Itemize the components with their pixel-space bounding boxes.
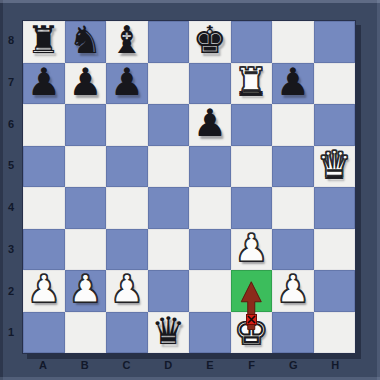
square-f4[interactable] <box>231 187 273 229</box>
square-g3[interactable] <box>272 229 314 271</box>
square-f1[interactable]: ♚ <box>231 312 273 354</box>
file-label-d: D <box>147 356 189 376</box>
rank-label-8: 8 <box>0 20 22 62</box>
square-f3[interactable]: ♟ <box>231 229 273 271</box>
square-d7[interactable] <box>148 63 190 105</box>
rank-label-3: 3 <box>0 229 22 271</box>
piece-black-pawn[interactable]: ♟ <box>110 62 144 104</box>
square-e8[interactable]: ♚ <box>189 21 231 63</box>
square-b7[interactable]: ♟ <box>65 63 107 105</box>
square-e4[interactable] <box>189 187 231 229</box>
square-b6[interactable] <box>65 104 107 146</box>
square-c3[interactable] <box>106 229 148 271</box>
square-e1[interactable] <box>189 312 231 354</box>
square-h6[interactable] <box>314 104 356 146</box>
file-label-g: G <box>273 356 315 376</box>
square-e3[interactable] <box>189 229 231 271</box>
square-a5[interactable] <box>23 146 65 188</box>
square-a1[interactable] <box>23 312 65 354</box>
square-c1[interactable] <box>106 312 148 354</box>
piece-white-pawn[interactable]: ♟ <box>276 269 310 311</box>
piece-black-king[interactable]: ♚ <box>193 20 227 62</box>
rank-label-6: 6 <box>0 104 22 146</box>
piece-white-king[interactable]: ♚ <box>234 311 268 353</box>
file-label-c: C <box>106 356 148 376</box>
square-d3[interactable] <box>148 229 190 271</box>
square-e5[interactable] <box>189 146 231 188</box>
rank-labels: 87654321 <box>0 20 22 354</box>
rank-label-7: 7 <box>0 62 22 104</box>
square-a8[interactable]: ♜ <box>23 21 65 63</box>
piece-white-pawn[interactable]: ♟ <box>27 269 61 311</box>
square-d1[interactable]: ♛ <box>148 312 190 354</box>
square-g5[interactable] <box>272 146 314 188</box>
file-labels: ABCDEFGH <box>22 356 356 376</box>
square-a6[interactable] <box>23 104 65 146</box>
square-d5[interactable] <box>148 146 190 188</box>
piece-black-pawn[interactable]: ♟ <box>193 103 227 145</box>
piece-white-pawn[interactable]: ♟ <box>110 269 144 311</box>
piece-black-knight[interactable]: ♞ <box>68 20 102 62</box>
square-f6[interactable] <box>231 104 273 146</box>
square-d4[interactable] <box>148 187 190 229</box>
square-a2[interactable]: ♟ <box>23 270 65 312</box>
piece-white-rook[interactable]: ♜ <box>234 62 268 104</box>
piece-white-pawn[interactable]: ♟ <box>234 228 268 270</box>
piece-black-queen[interactable]: ♛ <box>151 311 185 353</box>
square-h3[interactable] <box>314 229 356 271</box>
piece-black-rook[interactable]: ♜ <box>27 20 61 62</box>
rank-label-5: 5 <box>0 145 22 187</box>
square-g1[interactable] <box>272 312 314 354</box>
square-c4[interactable] <box>106 187 148 229</box>
square-d2[interactable] <box>148 270 190 312</box>
board-frame: ♜♞♝♚♟♟♟♜♟♟♛♟♟♟♟♟♛♚ 87654321 ABCDEFGH <box>0 0 380 380</box>
square-h2[interactable] <box>314 270 356 312</box>
square-e7[interactable] <box>189 63 231 105</box>
square-b2[interactable]: ♟ <box>65 270 107 312</box>
chess-board: ♜♞♝♚♟♟♟♜♟♟♛♟♟♟♟♟♛♚ <box>22 20 356 354</box>
square-c7[interactable]: ♟ <box>106 63 148 105</box>
rank-label-4: 4 <box>0 187 22 229</box>
square-a4[interactable] <box>23 187 65 229</box>
square-b3[interactable] <box>65 229 107 271</box>
piece-black-pawn[interactable]: ♟ <box>68 62 102 104</box>
file-label-f: F <box>231 356 273 376</box>
file-label-h: H <box>314 356 356 376</box>
piece-black-pawn[interactable]: ♟ <box>27 62 61 104</box>
square-h5[interactable]: ♛ <box>314 146 356 188</box>
square-b4[interactable] <box>65 187 107 229</box>
square-f7[interactable]: ♜ <box>231 63 273 105</box>
square-c6[interactable] <box>106 104 148 146</box>
square-g8[interactable] <box>272 21 314 63</box>
file-label-a: A <box>22 356 64 376</box>
square-e6[interactable]: ♟ <box>189 104 231 146</box>
square-e2[interactable] <box>189 270 231 312</box>
square-h4[interactable] <box>314 187 356 229</box>
piece-white-queen[interactable]: ♛ <box>317 145 351 187</box>
square-d6[interactable] <box>148 104 190 146</box>
square-g4[interactable] <box>272 187 314 229</box>
square-g6[interactable] <box>272 104 314 146</box>
square-f5[interactable] <box>231 146 273 188</box>
square-d8[interactable] <box>148 21 190 63</box>
square-b5[interactable] <box>65 146 107 188</box>
square-g7[interactable]: ♟ <box>272 63 314 105</box>
square-h1[interactable] <box>314 312 356 354</box>
rank-label-1: 1 <box>0 312 22 354</box>
square-b8[interactable]: ♞ <box>65 21 107 63</box>
square-c5[interactable] <box>106 146 148 188</box>
square-h8[interactable] <box>314 21 356 63</box>
square-f2[interactable] <box>231 270 273 312</box>
square-a7[interactable]: ♟ <box>23 63 65 105</box>
square-b1[interactable] <box>65 312 107 354</box>
square-c2[interactable]: ♟ <box>106 270 148 312</box>
square-h7[interactable] <box>314 63 356 105</box>
square-c8[interactable]: ♝ <box>106 21 148 63</box>
file-label-b: B <box>64 356 106 376</box>
piece-black-pawn[interactable]: ♟ <box>276 62 310 104</box>
rank-label-2: 2 <box>0 271 22 313</box>
square-f8[interactable] <box>231 21 273 63</box>
square-g2[interactable]: ♟ <box>272 270 314 312</box>
square-a3[interactable] <box>23 229 65 271</box>
piece-black-bishop[interactable]: ♝ <box>110 20 144 62</box>
file-label-e: E <box>189 356 231 376</box>
piece-white-pawn[interactable]: ♟ <box>68 269 102 311</box>
